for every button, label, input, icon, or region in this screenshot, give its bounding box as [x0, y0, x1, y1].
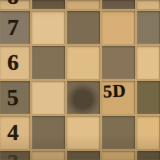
checkerboard: 87655D43 [0, 0, 160, 160]
board-square [102, 151, 135, 160]
stain-mark [67, 81, 100, 114]
board-square [67, 46, 100, 79]
board-square [102, 11, 135, 44]
board-square [32, 81, 65, 114]
board-square [137, 81, 160, 114]
board-photo: 87655D43 [0, 0, 160, 160]
board-square [102, 46, 135, 79]
board-square [32, 151, 65, 160]
board-square: 5D [102, 81, 135, 114]
board-square [67, 151, 100, 160]
board-square [67, 0, 100, 9]
board-square [32, 116, 65, 149]
board-square [137, 46, 160, 79]
board-square [137, 116, 160, 149]
square-marking-5d: 5D [103, 82, 127, 101]
board-square [32, 11, 65, 44]
board-square: 6 [0, 46, 30, 79]
board-square [137, 0, 160, 9]
board-square [32, 46, 65, 79]
board-square: 8 [0, 0, 30, 9]
board-square: 5 [0, 81, 30, 114]
board-square: 7 [0, 11, 30, 44]
board-square [67, 11, 100, 44]
board-square [102, 0, 135, 9]
rank-number-label: 3 [0, 151, 30, 160]
rank-number-label: 7 [0, 11, 30, 44]
board-square [67, 116, 100, 149]
board-square [32, 0, 65, 9]
board-square [137, 151, 160, 160]
board-square: 4 [0, 116, 30, 149]
rank-number-label: 8 [0, 0, 30, 9]
rank-number-label: 4 [0, 116, 30, 149]
board-square [137, 11, 160, 44]
rank-number-label: 6 [0, 46, 30, 79]
board-square [102, 116, 135, 149]
board-square: 3 [0, 151, 30, 160]
rank-number-label: 5 [0, 81, 30, 114]
board-square [67, 81, 100, 114]
